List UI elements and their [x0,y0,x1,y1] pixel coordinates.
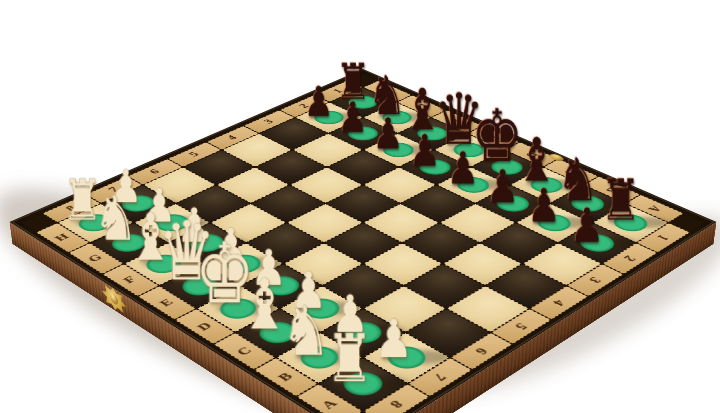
chess-board: HGFEDCBA1♜♞♝♛♚♝♞♜12♟♟♟♟♟♟♟♟2334455667♟♟♟… [9,69,716,413]
piece-dark-pawn-h2[interactable]: ♟ [304,81,334,122]
label-text: H [53,233,72,243]
label-text: 3 [262,118,276,125]
label-text: 6 [148,168,163,175]
label-text: G [86,253,105,263]
label-text: 4 [550,298,568,308]
piece-dark-pawn-e2[interactable]: ♟ [409,129,440,173]
label-text: 6 [472,346,490,357]
label-text: B [276,371,296,383]
piece-dark-pawn-a2[interactable]: ♟ [570,202,604,249]
square-b3[interactable] [480,223,558,264]
piece-dark-rook-a1[interactable]: ♜ [601,172,641,228]
label-text: A [645,204,663,213]
label-text: 5 [188,151,202,158]
label-text: 1 [655,233,672,241]
label-text: 5 [512,321,530,331]
label-text: A [319,397,341,410]
label-text: 2 [621,254,638,263]
piece-dark-pawn-d2[interactable]: ♟ [447,146,479,190]
piece-dark-pawn-c2[interactable]: ♟ [486,164,519,209]
label-text: 3 [587,275,605,284]
square-d5[interactable] [324,223,402,264]
piece-white-knight-b8[interactable]: ♞ [281,296,330,365]
piece-dark-pawn-b2[interactable]: ♟ [527,182,560,228]
label-text: 4 [226,134,240,141]
piece-dark-pawn-f2[interactable]: ♟ [373,112,404,155]
photo-stage: HGFEDCBA1♜♞♝♛♚♝♞♜12♟♟♟♟♟♟♟♟2334455667♟♟♟… [0,0,720,413]
piece-dark-pawn-g2[interactable]: ♟ [338,96,368,138]
label-text: D [195,320,215,332]
square-e4[interactable] [326,185,401,223]
label-text: 7 [431,371,450,382]
piece-white-pawn-a7[interactable]: ♟ [375,312,413,365]
label-text: E [157,297,176,308]
label-text: C [234,345,255,357]
square-g3[interactable] [292,133,363,167]
board-top-face: HGFEDCBA1♜♞♝♛♚♝♞♜12♟♟♟♟♟♟♟♟2334455667♟♟♟… [9,69,716,413]
piece-white-rook-a8[interactable]: ♜ [326,326,373,392]
label-text: F [122,275,140,285]
label-text: 8 [387,398,406,410]
board-frame-grid: HGFEDCBA1♜♞♝♛♚♝♞♜12♟♟♟♟♟♟♟♟2334455667♟♟♟… [21,74,706,413]
